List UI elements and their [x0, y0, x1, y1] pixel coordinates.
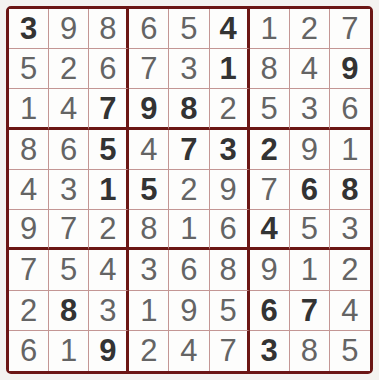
sudoku-cell[interactable]: 8: [250, 49, 290, 89]
sudoku-cell[interactable]: 2: [330, 250, 370, 290]
sudoku-cell[interactable]: 5: [169, 9, 209, 49]
sudoku-cell[interactable]: 3: [210, 130, 250, 170]
sudoku-cell[interactable]: 2: [210, 89, 250, 129]
sudoku-cell[interactable]: 7: [250, 170, 290, 210]
sudoku-cell[interactable]: 6: [129, 9, 169, 49]
sudoku-cell[interactable]: 9: [9, 210, 49, 250]
sudoku-cell[interactable]: 6: [330, 89, 370, 129]
sudoku-cell[interactable]: 4: [129, 130, 169, 170]
sudoku-cell[interactable]: 7: [9, 250, 49, 290]
sudoku-cell[interactable]: 8: [169, 89, 209, 129]
sudoku-cell[interactable]: 7: [49, 210, 89, 250]
sudoku-cell[interactable]: 4: [290, 49, 330, 89]
sudoku-cell[interactable]: 2: [89, 210, 129, 250]
sudoku-cell[interactable]: 7: [129, 49, 169, 89]
sudoku-cell[interactable]: 1: [330, 130, 370, 170]
sudoku-cell[interactable]: 9: [250, 250, 290, 290]
sudoku-cell[interactable]: 6: [210, 210, 250, 250]
sudoku-cell[interactable]: 5: [9, 49, 49, 89]
sudoku-cell[interactable]: 1: [49, 331, 89, 371]
sudoku-cell[interactable]: 9: [49, 9, 89, 49]
sudoku-cell[interactable]: 7: [210, 331, 250, 371]
sudoku-cell[interactable]: 1: [250, 9, 290, 49]
sudoku-cell[interactable]: 5: [290, 210, 330, 250]
sudoku-cell[interactable]: 9: [330, 49, 370, 89]
sudoku-cell[interactable]: 2: [129, 331, 169, 371]
sudoku-cell[interactable]: 9: [89, 331, 129, 371]
sudoku-cell[interactable]: 7: [330, 9, 370, 49]
sudoku-cell[interactable]: 2: [290, 9, 330, 49]
sudoku-cell[interactable]: 4: [49, 89, 89, 129]
sudoku-cell[interactable]: 4: [89, 250, 129, 290]
sudoku-cell[interactable]: 5: [210, 291, 250, 331]
sudoku-cell[interactable]: 4: [330, 291, 370, 331]
sudoku-cell[interactable]: 1: [129, 291, 169, 331]
sudoku-cell[interactable]: 8: [129, 210, 169, 250]
sudoku-cell[interactable]: 3: [89, 291, 129, 331]
sudoku-cell[interactable]: 2: [250, 130, 290, 170]
sudoku-cell[interactable]: 4: [210, 9, 250, 49]
sudoku-cell[interactable]: 9: [290, 130, 330, 170]
sudoku-cell[interactable]: 8: [49, 291, 89, 331]
sudoku-cell[interactable]: 7: [89, 89, 129, 129]
sudoku-cell[interactable]: 8: [89, 9, 129, 49]
sudoku-cell[interactable]: 9: [129, 89, 169, 129]
sudoku-cell[interactable]: 4: [169, 331, 209, 371]
sudoku-cell[interactable]: 5: [129, 170, 169, 210]
sudoku-cell[interactable]: 2: [49, 49, 89, 89]
sudoku-cell[interactable]: 8: [290, 331, 330, 371]
sudoku-cell[interactable]: 6: [169, 250, 209, 290]
sudoku-cell[interactable]: 6: [250, 291, 290, 331]
sudoku-cell[interactable]: 5: [49, 250, 89, 290]
sudoku-cell[interactable]: 8: [9, 130, 49, 170]
sudoku-cell[interactable]: 3: [330, 210, 370, 250]
sudoku-cell[interactable]: 2: [9, 291, 49, 331]
sudoku-board: 3986541275267318491479825368654732914315…: [6, 6, 373, 374]
sudoku-cell[interactable]: 4: [9, 170, 49, 210]
sudoku-cell[interactable]: 6: [49, 130, 89, 170]
sudoku-cell[interactable]: 9: [210, 170, 250, 210]
sudoku-cell[interactable]: 1: [210, 49, 250, 89]
sudoku-cell[interactable]: 6: [89, 49, 129, 89]
sudoku-cell[interactable]: 1: [169, 210, 209, 250]
sudoku-cell[interactable]: 3: [129, 250, 169, 290]
sudoku-cell[interactable]: 3: [9, 9, 49, 49]
sudoku-cell[interactable]: 2: [169, 170, 209, 210]
sudoku-cell[interactable]: 5: [89, 130, 129, 170]
sudoku-cell[interactable]: 3: [290, 89, 330, 129]
sudoku-cell[interactable]: 1: [9, 89, 49, 129]
sudoku-cell[interactable]: 8: [330, 170, 370, 210]
sudoku-cell[interactable]: 4: [250, 210, 290, 250]
sudoku-cell[interactable]: 3: [49, 170, 89, 210]
sudoku-cell[interactable]: 3: [169, 49, 209, 89]
sudoku-cell[interactable]: 6: [290, 170, 330, 210]
sudoku-cell[interactable]: 5: [330, 331, 370, 371]
sudoku-cell[interactable]: 7: [169, 130, 209, 170]
sudoku-cell[interactable]: 1: [89, 170, 129, 210]
sudoku-cell[interactable]: 3: [250, 331, 290, 371]
sudoku-cell[interactable]: 5: [250, 89, 290, 129]
sudoku-cell[interactable]: 6: [9, 331, 49, 371]
sudoku-cell[interactable]: 8: [210, 250, 250, 290]
sudoku-cell[interactable]: 9: [169, 291, 209, 331]
sudoku-cell[interactable]: 1: [290, 250, 330, 290]
sudoku-cell[interactable]: 7: [290, 291, 330, 331]
